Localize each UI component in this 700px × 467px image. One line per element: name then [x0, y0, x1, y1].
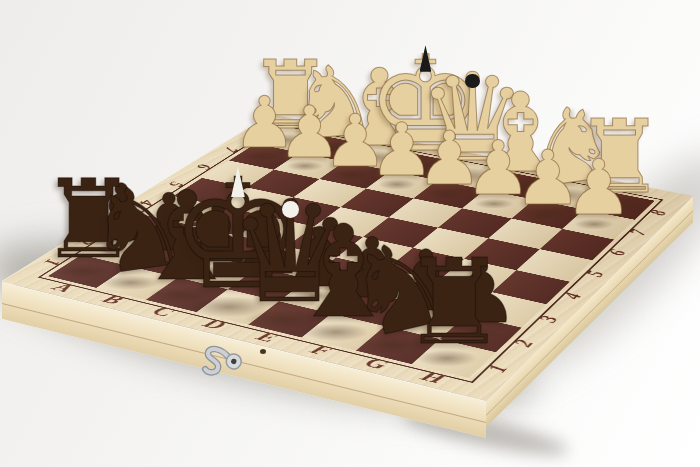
file-label-e: E	[251, 329, 282, 345]
light-queen-ball-finial	[465, 74, 480, 89]
wood-knot	[260, 349, 266, 354]
rank-label-right-8: 8	[645, 209, 673, 218]
rank-label-right-7: 7	[624, 228, 652, 237]
rank-label-right-2: 2	[508, 338, 540, 349]
rank-label-right-4: 4	[558, 291, 588, 301]
file-label-f: F	[305, 342, 336, 358]
file-label-g: G	[360, 355, 393, 372]
rank-label-left-6: 6	[191, 163, 217, 171]
file-label-c: C	[147, 304, 179, 319]
file-label-b: B	[97, 292, 129, 307]
clasp-hook-icon	[191, 339, 252, 397]
rank-label-right-3: 3	[534, 314, 565, 325]
rank-label-left-4: 4	[133, 198, 160, 206]
rank-label-left-7: 7	[218, 146, 244, 154]
rank-label-left-8: 8	[244, 130, 269, 137]
file-label-d: D	[198, 316, 231, 332]
chess-board: ABCDEFGH1234567812345678	[2, 114, 693, 400]
light-king-spike-finial	[420, 45, 432, 71]
rank-label-right-1: 1	[482, 363, 514, 375]
photo-stage: ABCDEFGH1234567812345678 ♜♞♝♚♛♝♞♜♟♟♟♟♟♟♟…	[0, 0, 700, 467]
file-label-a: A	[48, 280, 80, 295]
file-label-h: H	[416, 369, 450, 387]
rank-label-right-5: 5	[581, 269, 611, 279]
rank-label-right-6: 6	[603, 248, 632, 257]
rank-label-left-5: 5	[162, 180, 189, 188]
